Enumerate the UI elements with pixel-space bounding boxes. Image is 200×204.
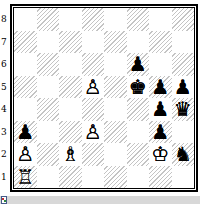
piece-black-queen-h4: ♛ — [174, 98, 192, 120]
icon-green-dot — [4, 200, 6, 202]
square-e2 — [104, 143, 127, 166]
square-e8 — [104, 8, 127, 31]
square-c7 — [59, 31, 82, 54]
board-inner-border: ♟♙♚♟♟♟♛♟♙♟♙♗♔♞♖ — [13, 7, 195, 189]
square-b2 — [37, 143, 60, 166]
square-e3 — [104, 121, 127, 144]
piece-white-pawn-d3: ♙ — [84, 121, 102, 143]
rank-label-4: 4 — [0, 98, 10, 121]
square-d8 — [82, 8, 105, 31]
square-f1 — [127, 166, 150, 189]
square-h2: ♞ — [172, 143, 195, 166]
piece-black-pawn-g4: ♟ — [151, 98, 169, 120]
piece-white-bishop-c2: ♗ — [61, 143, 79, 165]
rank-label-8: 8 — [0, 8, 10, 31]
square-f2 — [127, 143, 150, 166]
piece-white-rook-a1: ♖ — [16, 166, 34, 188]
square-f8 — [127, 8, 150, 31]
square-f3 — [127, 121, 150, 144]
rank-label-6: 6 — [0, 53, 10, 76]
piece-black-pawn-g3: ♟ — [151, 121, 169, 143]
chess-board: ♟♙♚♟♟♟♛♟♙♟♙♗♔♞♖ — [14, 8, 194, 188]
square-h6 — [172, 53, 195, 76]
piece-black-king-f5: ♚ — [129, 76, 147, 98]
square-a6 — [14, 53, 37, 76]
square-h3 — [172, 121, 195, 144]
square-e6 — [104, 53, 127, 76]
square-d2 — [82, 143, 105, 166]
broken-image-icon — [1, 196, 7, 204]
square-a4 — [14, 98, 37, 121]
square-f5: ♚ — [127, 76, 150, 99]
square-b1 — [37, 166, 60, 189]
square-d3: ♙ — [82, 121, 105, 144]
square-d7 — [82, 31, 105, 54]
square-c2: ♗ — [59, 143, 82, 166]
square-a2: ♙ — [14, 143, 37, 166]
piece-black-knight-h2: ♞ — [174, 143, 192, 165]
square-h1 — [172, 166, 195, 189]
chess-diagram-page: 8 7 6 5 4 3 2 1 ♟♙♚♟♟♟♛♟♙♟♙♗♔♞♖ — [0, 0, 200, 204]
piece-black-pawn-h5: ♟ — [174, 76, 192, 98]
square-a7 — [14, 31, 37, 54]
rank-label-2: 2 — [0, 143, 10, 166]
square-h4: ♛ — [172, 98, 195, 121]
square-g6 — [149, 53, 172, 76]
square-d5: ♙ — [82, 76, 105, 99]
square-c4 — [59, 98, 82, 121]
square-a1: ♖ — [14, 166, 37, 189]
rank-label-7: 7 — [0, 31, 10, 54]
square-e4 — [104, 98, 127, 121]
square-e5 — [104, 76, 127, 99]
square-d6 — [82, 53, 105, 76]
square-h5: ♟ — [172, 76, 195, 99]
square-b5 — [37, 76, 60, 99]
square-h8 — [172, 8, 195, 31]
piece-white-king-g2: ♔ — [151, 143, 169, 165]
page-background-strip — [0, 196, 200, 204]
square-g1 — [149, 166, 172, 189]
square-a8 — [14, 8, 37, 31]
square-d1 — [82, 166, 105, 189]
square-c1 — [59, 166, 82, 189]
piece-black-pawn-f6: ♟ — [129, 53, 147, 75]
square-b3 — [37, 121, 60, 144]
square-g3: ♟ — [149, 121, 172, 144]
square-b7 — [37, 31, 60, 54]
square-f6: ♟ — [127, 53, 150, 76]
square-e1 — [104, 166, 127, 189]
board-frame: ♟♙♚♟♟♟♛♟♙♟♙♗♔♞♖ — [10, 4, 198, 192]
rank-label-3: 3 — [0, 121, 10, 144]
square-b8 — [37, 8, 60, 31]
square-g5: ♟ — [149, 76, 172, 99]
square-b4 — [37, 98, 60, 121]
square-d4 — [82, 98, 105, 121]
square-a3: ♟ — [14, 121, 37, 144]
square-g2: ♔ — [149, 143, 172, 166]
square-c6 — [59, 53, 82, 76]
square-a5 — [14, 76, 37, 99]
square-e7 — [104, 31, 127, 54]
square-h7 — [172, 31, 195, 54]
rank-label-5: 5 — [0, 76, 10, 99]
square-c3 — [59, 121, 82, 144]
piece-black-pawn-g5: ♟ — [151, 76, 169, 98]
square-c8 — [59, 8, 82, 31]
square-f4 — [127, 98, 150, 121]
square-c5 — [59, 76, 82, 99]
rank-labels-column: 8 7 6 5 4 3 2 1 — [0, 8, 10, 188]
piece-white-pawn-a2: ♙ — [16, 143, 34, 165]
square-g8 — [149, 8, 172, 31]
piece-black-pawn-a3: ♟ — [16, 121, 34, 143]
square-b6 — [37, 53, 60, 76]
piece-white-pawn-d5: ♙ — [84, 76, 102, 98]
square-g7 — [149, 31, 172, 54]
rank-label-1: 1 — [0, 166, 10, 189]
square-g4: ♟ — [149, 98, 172, 121]
square-f7 — [127, 31, 150, 54]
